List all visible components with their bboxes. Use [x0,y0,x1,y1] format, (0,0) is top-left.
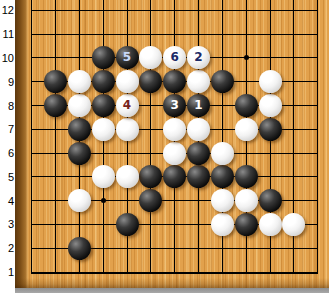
white-stone-L9[interactable] [259,70,282,93]
move-number-3: 3 [163,94,186,117]
move-number-2: 2 [187,46,210,69]
black-stone-H6[interactable] [187,142,210,165]
grid-vline-A [31,0,32,273]
row-label-11: 11 [0,27,14,41]
black-stone-G8[interactable]: 3 [163,94,186,117]
white-stone-E5[interactable] [116,165,139,188]
grid-hline-12 [31,10,318,11]
row-label-3: 3 [0,217,14,231]
white-stone-C9[interactable] [68,70,91,93]
white-stone-G7[interactable] [163,118,186,141]
white-stone-J6[interactable] [211,142,234,165]
board-left-edge [15,0,28,288]
black-stone-E3[interactable] [116,213,139,236]
row-label-10: 10 [0,51,14,65]
black-stone-B8[interactable] [44,94,67,117]
row-labels-strip: 121110987654321 [0,0,15,293]
black-stone-K5[interactable] [235,165,258,188]
white-stone-K7[interactable] [235,118,258,141]
white-stone-L3[interactable] [259,213,282,236]
move-number-4: 4 [116,94,139,117]
black-stone-J9[interactable] [211,70,234,93]
grid-vline-N [317,0,318,273]
black-stone-C6[interactable] [68,142,91,165]
black-stone-E10[interactable]: 5 [116,46,139,69]
grid-hline-11 [31,34,318,35]
black-stone-K8[interactable] [235,94,258,117]
black-stone-K3[interactable] [235,213,258,236]
row-label-8: 8 [0,99,14,113]
go-app-screenshot: 531462 121110987654321 ABCDEFGHJKLMN [0,0,329,308]
white-stone-E7[interactable] [116,118,139,141]
row-label-1: 1 [0,265,14,279]
white-stone-K4[interactable] [235,189,258,212]
white-stone-E9[interactable] [116,70,139,93]
row-label-5: 5 [0,170,14,184]
white-stone-G10[interactable]: 6 [163,46,186,69]
black-stone-D8[interactable] [92,94,115,117]
row-label-6: 6 [0,146,14,160]
white-stone-J4[interactable] [211,189,234,212]
grid-hline-1 [31,272,318,274]
column-labels-strip: ABCDEFGHJKLMN [0,293,329,308]
black-stone-H5[interactable] [187,165,210,188]
black-stone-G5[interactable] [163,165,186,188]
white-stone-M3[interactable] [282,213,305,236]
black-stone-D10[interactable] [92,46,115,69]
black-stone-C7[interactable] [68,118,91,141]
star-point-K10 [244,55,249,60]
row-label-9: 9 [0,75,14,89]
white-stone-C4[interactable] [68,189,91,212]
white-stone-D7[interactable] [92,118,115,141]
white-stone-H9[interactable] [187,70,210,93]
black-stone-D9[interactable] [92,70,115,93]
white-stone-F10[interactable] [139,46,162,69]
black-stone-F4[interactable] [139,189,162,212]
row-label-12: 12 [0,3,14,17]
black-stone-F9[interactable] [139,70,162,93]
white-stone-J3[interactable] [211,213,234,236]
go-board[interactable]: 531462 [15,0,329,288]
star-point-D4 [101,198,106,203]
white-stone-E8[interactable]: 4 [116,94,139,117]
move-number-6: 6 [163,46,186,69]
move-number-1: 1 [187,94,210,117]
black-stone-L4[interactable] [259,189,282,212]
row-label-4: 4 [0,194,14,208]
black-stone-L7[interactable] [259,118,282,141]
white-stone-C8[interactable] [68,94,91,117]
move-number-5: 5 [116,46,139,69]
board-bottom-edge [15,278,329,288]
black-stone-C2[interactable] [68,237,91,260]
grid-vline-B [55,0,56,273]
black-stone-F5[interactable] [139,165,162,188]
black-stone-G9[interactable] [163,70,186,93]
black-stone-B9[interactable] [44,70,67,93]
white-stone-H10[interactable]: 2 [187,46,210,69]
white-stone-D5[interactable] [92,165,115,188]
black-stone-H8[interactable]: 1 [187,94,210,117]
grid-vline-F [150,0,151,273]
white-stone-H7[interactable] [187,118,210,141]
row-label-7: 7 [0,122,14,136]
row-label-2: 2 [0,241,14,255]
white-stone-L8[interactable] [259,94,282,117]
white-stone-G6[interactable] [163,142,186,165]
black-stone-J5[interactable] [211,165,234,188]
